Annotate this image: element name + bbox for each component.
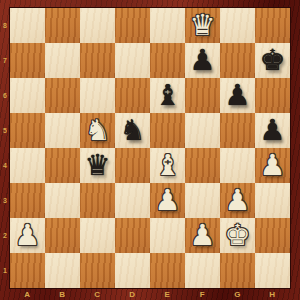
piece-black-pawn[interactable]: ♟ xyxy=(260,113,286,148)
piece-white-pawn[interactable]: ♟ xyxy=(15,218,41,253)
square-b7[interactable] xyxy=(45,43,80,78)
piece-white-pawn[interactable]: ♟ xyxy=(225,183,251,218)
square-d3[interactable] xyxy=(115,183,150,218)
square-e8[interactable] xyxy=(150,8,185,43)
file-label-a: A xyxy=(10,288,45,300)
square-g5[interactable] xyxy=(220,113,255,148)
piece-white-bishop[interactable]: ♝ xyxy=(155,148,181,183)
square-f4[interactable] xyxy=(185,148,220,183)
square-b5[interactable] xyxy=(45,113,80,148)
square-c7[interactable] xyxy=(80,43,115,78)
piece-white-pawn[interactable]: ♟ xyxy=(190,218,216,253)
piece-black-pawn[interactable]: ♟ xyxy=(225,78,251,113)
piece-white-pawn[interactable]: ♟ xyxy=(155,183,181,218)
rank-label-2: 2 xyxy=(0,218,10,253)
square-d8[interactable] xyxy=(115,8,150,43)
square-f5[interactable] xyxy=(185,113,220,148)
square-g3[interactable]: ♟ xyxy=(220,183,255,218)
rank-label-3: 3 xyxy=(0,183,10,218)
square-c4[interactable]: ♛ xyxy=(80,148,115,183)
square-c6[interactable] xyxy=(80,78,115,113)
piece-white-king[interactable]: ♚ xyxy=(225,218,251,253)
rank-label-7: 7 xyxy=(0,43,10,78)
square-e3[interactable]: ♟ xyxy=(150,183,185,218)
chess-board: ♛♟♚♝♟♞♞♟♛♝♟♟♟♟♟♚ xyxy=(10,8,290,288)
square-a8[interactable] xyxy=(10,8,45,43)
square-d5[interactable]: ♞ xyxy=(115,113,150,148)
square-a5[interactable] xyxy=(10,113,45,148)
piece-black-knight[interactable]: ♞ xyxy=(120,113,146,148)
square-c1[interactable] xyxy=(80,253,115,288)
square-c8[interactable] xyxy=(80,8,115,43)
square-g7[interactable] xyxy=(220,43,255,78)
rank-label-1: 1 xyxy=(0,253,10,288)
piece-black-pawn[interactable]: ♟ xyxy=(190,43,216,78)
square-a7[interactable] xyxy=(10,43,45,78)
square-h2[interactable] xyxy=(255,218,290,253)
file-label-h: H xyxy=(255,288,290,300)
file-label-e: E xyxy=(150,288,185,300)
file-label-b: B xyxy=(45,288,80,300)
square-d4[interactable] xyxy=(115,148,150,183)
square-b8[interactable] xyxy=(45,8,80,43)
square-c2[interactable] xyxy=(80,218,115,253)
file-label-g: G xyxy=(220,288,255,300)
file-label-c: C xyxy=(80,288,115,300)
file-label-f: F xyxy=(185,288,220,300)
square-h7[interactable]: ♚ xyxy=(255,43,290,78)
square-g8[interactable] xyxy=(220,8,255,43)
square-f3[interactable] xyxy=(185,183,220,218)
rank-label-5: 5 xyxy=(0,113,10,148)
square-b1[interactable] xyxy=(45,253,80,288)
square-d1[interactable] xyxy=(115,253,150,288)
square-a1[interactable] xyxy=(10,253,45,288)
square-b3[interactable] xyxy=(45,183,80,218)
square-f1[interactable] xyxy=(185,253,220,288)
square-a6[interactable] xyxy=(10,78,45,113)
piece-black-king[interactable]: ♚ xyxy=(260,43,286,78)
square-e1[interactable] xyxy=(150,253,185,288)
piece-white-knight[interactable]: ♞ xyxy=(85,113,111,148)
square-f7[interactable]: ♟ xyxy=(185,43,220,78)
piece-white-queen[interactable]: ♛ xyxy=(190,8,216,43)
square-d2[interactable] xyxy=(115,218,150,253)
square-c5[interactable]: ♞ xyxy=(80,113,115,148)
square-f8[interactable]: ♛ xyxy=(185,8,220,43)
rank-label-8: 8 xyxy=(0,8,10,43)
piece-black-bishop[interactable]: ♝ xyxy=(155,78,181,113)
square-g4[interactable] xyxy=(220,148,255,183)
square-b2[interactable] xyxy=(45,218,80,253)
square-c3[interactable] xyxy=(80,183,115,218)
square-a2[interactable]: ♟ xyxy=(10,218,45,253)
square-g1[interactable] xyxy=(220,253,255,288)
square-e4[interactable]: ♝ xyxy=(150,148,185,183)
square-e6[interactable]: ♝ xyxy=(150,78,185,113)
square-d7[interactable] xyxy=(115,43,150,78)
square-h6[interactable] xyxy=(255,78,290,113)
square-a3[interactable] xyxy=(10,183,45,218)
square-f6[interactable] xyxy=(185,78,220,113)
square-h3[interactable] xyxy=(255,183,290,218)
square-g2[interactable]: ♚ xyxy=(220,218,255,253)
square-h4[interactable]: ♟ xyxy=(255,148,290,183)
square-e5[interactable] xyxy=(150,113,185,148)
square-a4[interactable] xyxy=(10,148,45,183)
rank-label-4: 4 xyxy=(0,148,10,183)
square-b6[interactable] xyxy=(45,78,80,113)
piece-black-queen[interactable]: ♛ xyxy=(85,148,111,183)
square-e2[interactable] xyxy=(150,218,185,253)
piece-white-pawn[interactable]: ♟ xyxy=(260,148,286,183)
file-label-d: D xyxy=(115,288,150,300)
chess-board-frame: ♛♟♚♝♟♞♞♟♛♝♟♟♟♟♟♚ 87654321ABCDEFGH xyxy=(0,0,300,300)
square-h1[interactable] xyxy=(255,253,290,288)
square-g6[interactable]: ♟ xyxy=(220,78,255,113)
square-h8[interactable] xyxy=(255,8,290,43)
square-d6[interactable] xyxy=(115,78,150,113)
square-b4[interactable] xyxy=(45,148,80,183)
square-h5[interactable]: ♟ xyxy=(255,113,290,148)
square-f2[interactable]: ♟ xyxy=(185,218,220,253)
square-e7[interactable] xyxy=(150,43,185,78)
rank-label-6: 6 xyxy=(0,78,10,113)
